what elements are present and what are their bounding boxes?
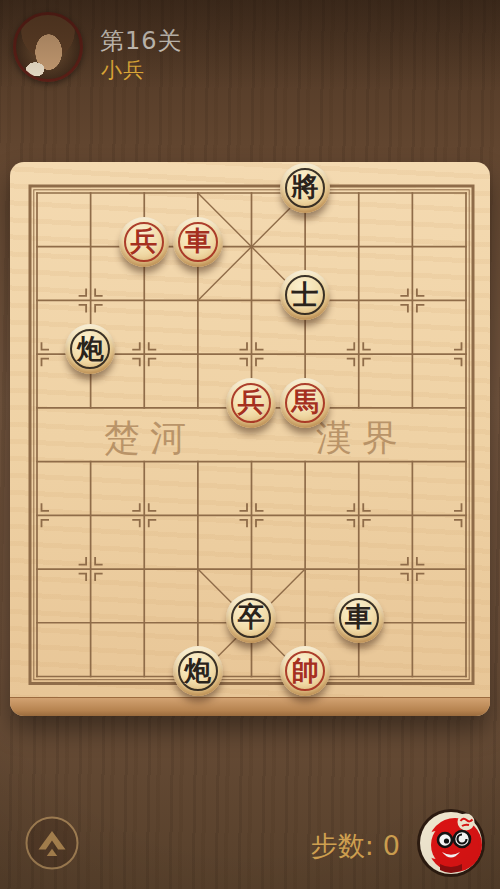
stage-name: 小兵 <box>101 56 145 84</box>
piece-glyph: 卒 <box>238 603 265 630</box>
piece-glyph: 車 <box>345 603 372 630</box>
piece-black-soldier[interactable]: 卒 <box>226 593 276 643</box>
piece-glyph: 車 <box>184 227 211 254</box>
piece-red-general[interactable]: 帥 <box>280 646 330 696</box>
piece-glyph: 炮 <box>77 335 104 362</box>
piece-red-horse[interactable]: 馬 <box>280 378 330 428</box>
piece-black-advisor[interactable]: 士 <box>280 270 330 320</box>
mascot-icon <box>415 807 487 879</box>
piece-black-cannon[interactable]: 炮 <box>65 324 115 374</box>
moves-label: 步数: <box>311 828 374 864</box>
piece-black-chariot[interactable]: 車 <box>334 593 384 643</box>
piece-glyph: 士 <box>291 281 318 308</box>
piece-red-soldier[interactable]: 兵 <box>226 378 276 428</box>
avatar <box>13 12 83 82</box>
piece-black-cannon[interactable]: 炮 <box>173 646 223 696</box>
header: 第16关 小兵 <box>0 0 500 100</box>
board-grid[interactable]: 將兵車士炮兵馬卒車炮帥 <box>10 166 493 704</box>
up-arrow-icon <box>24 815 80 871</box>
mascot-menu-button[interactable] <box>415 807 487 879</box>
piece-red-chariot[interactable]: 車 <box>173 217 223 267</box>
move-counter: 步数: 0 <box>311 828 400 864</box>
piece-glyph: 兵 <box>131 227 158 254</box>
piece-glyph: 兵 <box>238 388 265 415</box>
piece-glyph: 帥 <box>291 657 318 684</box>
level-label: 第16关 <box>100 25 183 57</box>
moves-value: 0 <box>383 830 400 861</box>
expand-up-button[interactable] <box>24 815 80 871</box>
piece-glyph: 將 <box>291 173 318 200</box>
piece-red-soldier[interactable]: 兵 <box>119 217 169 267</box>
piece-glyph: 馬 <box>291 388 318 415</box>
piece-black-general[interactable]: 將 <box>280 163 330 213</box>
piece-glyph: 炮 <box>184 657 211 684</box>
game-screen: 第16关 小兵 楚河 漢界 將兵車士炮兵馬卒車炮帥 步数: 0 <box>0 0 500 889</box>
